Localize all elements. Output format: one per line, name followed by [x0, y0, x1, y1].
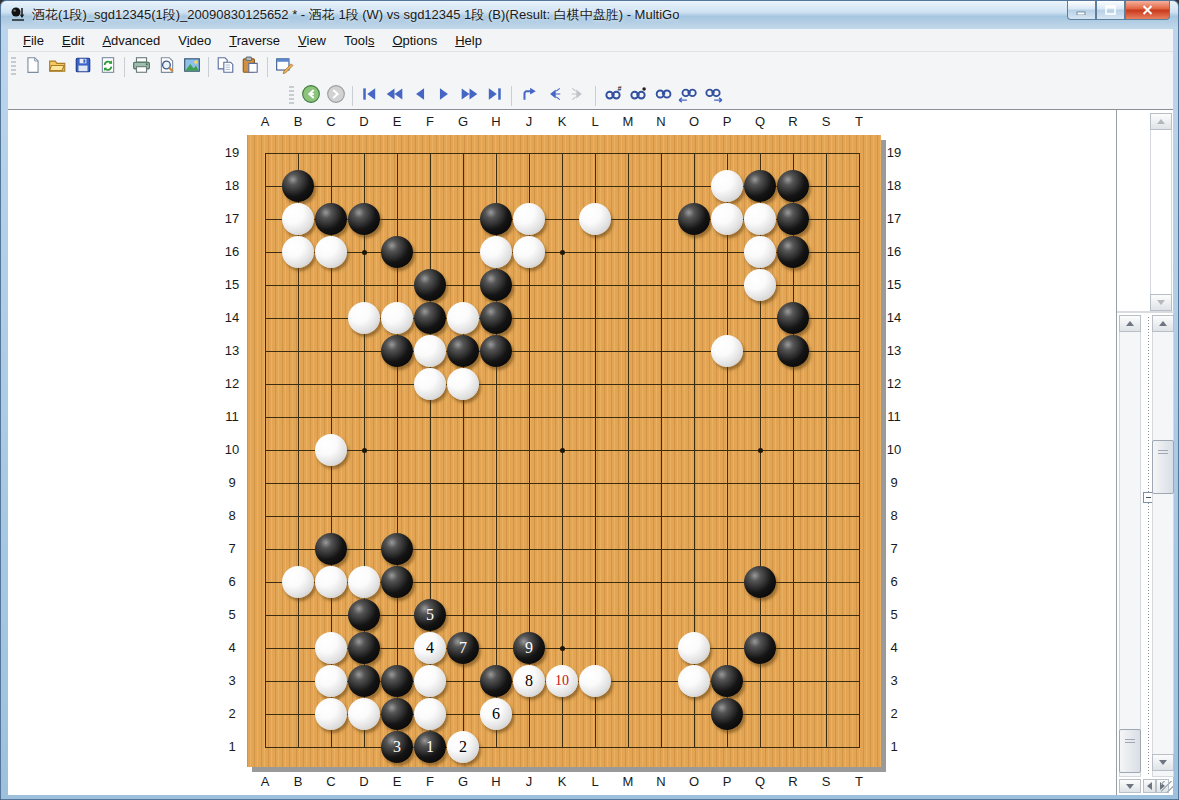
coord-left-16: 16: [220, 244, 244, 260]
copy-button[interactable]: [213, 54, 238, 79]
last-move-icon: [486, 86, 503, 106]
toolbar-grip[interactable]: [289, 86, 294, 106]
window-title: 酒花(1段)_sgd12345(1段)_20090830125652 * - 酒…: [32, 6, 679, 24]
star-point-D16: [362, 250, 367, 255]
reload-button[interactable]: [95, 54, 120, 79]
black-stone-D3: [348, 665, 380, 697]
toolbar-separator: [208, 57, 209, 77]
grid-line: [265, 516, 860, 517]
coord-top-H: H: [484, 114, 508, 130]
coord-left-2: 2: [220, 706, 244, 722]
white-stone-D14: [348, 302, 380, 334]
close-button[interactable]: [1125, 1, 1170, 20]
tree-scroll-down-icon[interactable]: [1119, 779, 1141, 793]
tree-right-scroll-thumb[interactable]: [1152, 440, 1174, 494]
forward-icon: [326, 84, 346, 108]
title-bar[interactable]: 酒花(1段)_sgd12345(1段)_20090830125652 * - 酒…: [1, 1, 1178, 29]
coord-top-C: C: [319, 114, 343, 130]
new-button[interactable]: [20, 54, 45, 79]
white-stone-K3: 10: [546, 665, 578, 697]
black-stone-P3: [711, 665, 743, 697]
previous-move-icon: [412, 86, 427, 106]
coord-bottom-L: L: [583, 774, 607, 790]
find-previous-button[interactable]: [675, 83, 700, 108]
star-point-K10: [560, 448, 565, 453]
white-stone-F3: [414, 665, 446, 697]
find-button[interactable]: [650, 83, 675, 108]
white-stone-Q15: [744, 269, 776, 301]
black-stone-Q18: [744, 170, 776, 202]
black-stone-P2: [711, 698, 743, 730]
branch-next-button[interactable]: [566, 83, 591, 108]
properties-button[interactable]: [272, 54, 297, 79]
coord-bottom-D: D: [352, 774, 376, 790]
coord-top-M: M: [616, 114, 640, 130]
last-move-button[interactable]: [482, 83, 507, 108]
coord-top-L: L: [583, 114, 607, 130]
move-number-9: 9: [525, 632, 533, 664]
white-stone-B6: [282, 566, 314, 598]
branch-previous-button[interactable]: [541, 83, 566, 108]
coord-right-16: 16: [882, 244, 906, 260]
move-number-2: 2: [459, 731, 467, 763]
scroll-down-icon[interactable]: [1150, 294, 1172, 311]
grid-line: [265, 483, 860, 484]
coord-bottom-B: B: [286, 774, 310, 790]
coord-bottom-C: C: [319, 774, 343, 790]
white-stone-B16: [282, 236, 314, 268]
branch-previous-icon: [545, 86, 562, 106]
white-stone-H2: 6: [480, 698, 512, 730]
white-stone-L17: [579, 203, 611, 235]
coord-left-17: 17: [220, 211, 244, 227]
coord-bottom-H: H: [484, 774, 508, 790]
coord-bottom-T: T: [847, 774, 871, 790]
white-stone-Q16: [744, 236, 776, 268]
move-number-5: 5: [426, 599, 434, 631]
coord-bottom-E: E: [385, 774, 409, 790]
variation-tree-line: [1148, 317, 1149, 775]
menu-item-tools[interactable]: Tools: [335, 31, 383, 50]
back-icon: [301, 84, 321, 108]
toolbar-separator: [267, 57, 268, 77]
grid-line: [661, 153, 662, 748]
back-button[interactable]: [298, 83, 323, 108]
black-stone-R17: [777, 203, 809, 235]
white-stone-F2: [414, 698, 446, 730]
coord-left-14: 14: [220, 310, 244, 326]
black-stone-H13: [480, 335, 512, 367]
coord-right-17: 17: [882, 211, 906, 227]
star-point-D10: [362, 448, 367, 453]
coord-bottom-K: K: [550, 774, 574, 790]
svg-text:#: #: [617, 85, 621, 93]
white-stone-J17: [513, 203, 545, 235]
tree-left-scrollbar[interactable]: [1119, 315, 1141, 777]
forward-button[interactable]: [323, 83, 348, 108]
tree-right-scrollbar[interactable]: [1152, 315, 1174, 777]
coord-left-13: 13: [220, 343, 244, 359]
toolbar-separator: [595, 86, 596, 106]
black-stone-F5: 5: [414, 599, 446, 631]
white-stone-H16: [480, 236, 512, 268]
print-icon: [132, 56, 151, 78]
white-stone-O3: [678, 665, 710, 697]
coord-top-Q: Q: [748, 114, 772, 130]
white-stone-Q17: [744, 203, 776, 235]
coord-left-9: 9: [220, 475, 244, 491]
black-stone-O17: [678, 203, 710, 235]
go-board[interactable]: AABBCCDDEEFFGGHHJJKKLLMMNNOOPPQQRRSSTT19…: [8, 110, 1116, 795]
open-button[interactable]: [45, 54, 70, 79]
white-stone-C10: [315, 434, 347, 466]
menu-item-video[interactable]: Video: [169, 31, 220, 50]
coord-bottom-J: J: [517, 774, 541, 790]
coord-right-12: 12: [882, 376, 906, 392]
white-stone-J3: 8: [513, 665, 545, 697]
white-stone-F13: [414, 335, 446, 367]
coord-left-3: 3: [220, 673, 244, 689]
black-stone-F14: [414, 302, 446, 334]
black-stone-J4: 9: [513, 632, 545, 664]
coord-top-A: A: [253, 114, 277, 130]
find-point-icon: [628, 85, 648, 107]
menu-item-view[interactable]: View: [289, 31, 335, 50]
toolbar-separator: [352, 86, 353, 106]
white-stone-B17: [282, 203, 314, 235]
white-stone-G1: 2: [447, 731, 479, 763]
coord-right-1: 1: [882, 739, 906, 755]
move-number-10: 10: [555, 665, 569, 697]
white-stone-D2: [348, 698, 380, 730]
white-stone-F12: [414, 368, 446, 400]
black-stone-G13: [447, 335, 479, 367]
toolbar-area: #: [8, 52, 1173, 109]
paste-icon: [241, 56, 260, 78]
coord-top-P: P: [715, 114, 739, 130]
black-stone-H17: [480, 203, 512, 235]
white-stone-E14: [381, 302, 413, 334]
coord-top-E: E: [385, 114, 409, 130]
grid-line: [628, 153, 629, 748]
move-number-6: 6: [492, 698, 500, 730]
black-stone-E13: [381, 335, 413, 367]
fast-forward-icon: [460, 86, 479, 106]
coord-bottom-R: R: [781, 774, 805, 790]
black-stone-H14: [480, 302, 512, 334]
coord-left-19: 19: [220, 145, 244, 161]
coord-right-8: 8: [882, 508, 906, 524]
black-stone-D17: [348, 203, 380, 235]
toolbar-separator: [511, 86, 512, 106]
coord-bottom-O: O: [682, 774, 706, 790]
export-image-button[interactable]: [179, 54, 204, 79]
white-stone-P18: [711, 170, 743, 202]
white-stone-G14: [447, 302, 479, 334]
black-stone-F15: [414, 269, 446, 301]
first-move-button[interactable]: [357, 83, 382, 108]
coord-left-6: 6: [220, 574, 244, 590]
white-stone-G12: [447, 368, 479, 400]
black-stone-C17: [315, 203, 347, 235]
coord-right-7: 7: [882, 541, 906, 557]
black-stone-F1: 1: [414, 731, 446, 763]
coord-right-18: 18: [882, 178, 906, 194]
coord-left-10: 10: [220, 442, 244, 458]
black-stone-E3: [381, 665, 413, 697]
scroll-up-icon[interactable]: [1150, 113, 1172, 130]
tree-scroll-left-icon[interactable]: [1143, 779, 1156, 793]
maximize-button[interactable]: [1096, 1, 1125, 20]
minimize-button[interactable]: [1067, 1, 1096, 20]
coord-right-11: 11: [882, 409, 906, 425]
multigo-app-icon: [9, 6, 27, 24]
find-move-number-button[interactable]: #: [600, 83, 625, 108]
white-stone-D6: [348, 566, 380, 598]
coord-top-F: F: [418, 114, 442, 130]
tree-scroll-up-icon[interactable]: [1119, 315, 1141, 332]
resize-grip[interactable]: [1161, 781, 1173, 793]
next-move-button[interactable]: [432, 83, 457, 108]
white-stone-L3: [579, 665, 611, 697]
white-stone-C16: [315, 236, 347, 268]
coord-left-8: 8: [220, 508, 244, 524]
coord-right-10: 10: [882, 442, 906, 458]
properties-icon: [275, 56, 294, 78]
first-move-icon: [361, 86, 378, 106]
black-stone-R16: [777, 236, 809, 268]
coord-right-2: 2: [882, 706, 906, 722]
grid-line: [826, 153, 827, 748]
reload-icon: [99, 56, 117, 78]
find-previous-icon: [678, 85, 698, 107]
move-number-4: 4: [426, 632, 434, 664]
print-button[interactable]: [129, 54, 154, 79]
print-preview-icon: [158, 56, 176, 78]
white-stone-C6: [315, 566, 347, 598]
coord-right-13: 13: [882, 343, 906, 359]
grid-line: [265, 747, 860, 748]
white-stone-C4: [315, 632, 347, 664]
menu-bar: FileEditAdvancedVideoTraverseViewToolsOp…: [8, 29, 1173, 52]
white-stone-F4: 4: [414, 632, 446, 664]
black-stone-D4: [348, 632, 380, 664]
find-next-icon: [703, 85, 723, 107]
white-stone-C3: [315, 665, 347, 697]
black-stone-E2: [381, 698, 413, 730]
coord-right-15: 15: [882, 277, 906, 293]
coord-left-5: 5: [220, 607, 244, 623]
multigo-window: 酒花(1段)_sgd12345(1段)_20090830125652 * - 酒…: [0, 0, 1179, 800]
black-stone-D5: [348, 599, 380, 631]
coord-right-4: 4: [882, 640, 906, 656]
file-toolbar: [8, 52, 297, 81]
export-image-icon: [183, 56, 201, 78]
move-number-3: 3: [393, 731, 401, 763]
open-icon: [48, 56, 67, 78]
coord-left-7: 7: [220, 541, 244, 557]
coord-bottom-G: G: [451, 774, 475, 790]
fast-forward-button[interactable]: [457, 83, 482, 108]
black-stone-Q6: [744, 566, 776, 598]
copy-icon: [216, 56, 235, 78]
coord-right-6: 6: [882, 574, 906, 590]
up-branch-button[interactable]: [516, 83, 541, 108]
coord-right-14: 14: [882, 310, 906, 326]
paste-button[interactable]: [238, 54, 263, 79]
coord-right-5: 5: [882, 607, 906, 623]
coord-bottom-M: M: [616, 774, 640, 790]
menu-item-advanced[interactable]: Advanced: [93, 31, 169, 50]
black-stone-E16: [381, 236, 413, 268]
find-next-button[interactable]: [700, 83, 725, 108]
grid-line: [265, 549, 860, 550]
coord-top-S: S: [814, 114, 838, 130]
coord-top-D: D: [352, 114, 376, 130]
white-stone-P17: [711, 203, 743, 235]
coord-left-1: 1: [220, 739, 244, 755]
coord-top-G: G: [451, 114, 475, 130]
branch-next-icon: [570, 86, 587, 106]
black-stone-E1: 3: [381, 731, 413, 763]
coord-top-O: O: [682, 114, 706, 130]
coord-right-9: 9: [882, 475, 906, 491]
white-stone-C2: [315, 698, 347, 730]
toolbar-grip[interactable]: [11, 57, 16, 77]
grid-line: [727, 153, 728, 748]
star-point-Q10: [758, 448, 763, 453]
tree-scroll-up2-icon[interactable]: [1152, 315, 1174, 332]
coord-top-R: R: [781, 114, 805, 130]
pane-splitter[interactable]: [1117, 311, 1174, 313]
coord-right-3: 3: [882, 673, 906, 689]
menu-item-options[interactable]: Options: [383, 31, 446, 50]
grid-line: [859, 153, 860, 748]
black-stone-Q4: [744, 632, 776, 664]
find-icon: [653, 85, 673, 107]
coord-top-K: K: [550, 114, 574, 130]
new-icon: [24, 56, 42, 78]
navigation-toolbar: #: [286, 81, 725, 110]
print-preview-button[interactable]: [154, 54, 179, 79]
save-button[interactable]: [70, 54, 95, 79]
tree-scroll-down2-icon[interactable]: [1152, 754, 1174, 771]
coord-right-19: 19: [882, 145, 906, 161]
menu-item-file[interactable]: File: [14, 31, 53, 50]
find-move-number-icon: #: [603, 85, 623, 107]
coord-top-T: T: [847, 114, 871, 130]
menu-item-edit[interactable]: Edit: [53, 31, 93, 50]
client-area: AABBCCDDEEFFGGHHJJKKLLMMNNOOPPQQRRSSTT19…: [8, 109, 1173, 794]
move-number-7: 7: [459, 632, 467, 664]
next-move-icon: [437, 86, 452, 106]
coord-left-4: 4: [220, 640, 244, 656]
coord-top-B: B: [286, 114, 310, 130]
black-stone-H15: [480, 269, 512, 301]
coord-bottom-P: P: [715, 774, 739, 790]
coord-left-11: 11: [220, 409, 244, 425]
white-stone-J16: [513, 236, 545, 268]
coord-top-N: N: [649, 114, 673, 130]
menu-item-help[interactable]: Help: [446, 31, 491, 50]
black-stone-C7: [315, 533, 347, 565]
coord-bottom-N: N: [649, 774, 673, 790]
find-point-button[interactable]: [625, 83, 650, 108]
move-number-1: 1: [426, 731, 434, 763]
coord-bottom-F: F: [418, 774, 442, 790]
star-point-K4: [560, 646, 565, 651]
grid-line: [595, 153, 596, 748]
star-point-K16: [560, 250, 565, 255]
coord-left-18: 18: [220, 178, 244, 194]
black-stone-R13: [777, 335, 809, 367]
coord-bottom-Q: Q: [748, 774, 772, 790]
coord-top-J: J: [517, 114, 541, 130]
coord-bottom-A: A: [253, 774, 277, 790]
save-icon: [74, 56, 92, 78]
black-stone-R18: [777, 170, 809, 202]
coord-left-15: 15: [220, 277, 244, 293]
coord-left-12: 12: [220, 376, 244, 392]
coord-bottom-S: S: [814, 774, 838, 790]
white-stone-P13: [711, 335, 743, 367]
black-stone-E6: [381, 566, 413, 598]
toolbar-separator: [124, 57, 125, 77]
black-stone-B18: [282, 170, 314, 202]
fast-rewind-icon: [385, 86, 404, 106]
menu-item-traverse[interactable]: Traverse: [220, 31, 289, 50]
move-number-8: 8: [525, 665, 533, 697]
white-stone-O4: [678, 632, 710, 664]
up-branch-icon: [520, 86, 538, 106]
fast-rewind-button[interactable]: [382, 83, 407, 108]
black-stone-R14: [777, 302, 809, 334]
right-panel: [1116, 110, 1173, 795]
black-stone-E7: [381, 533, 413, 565]
black-stone-H3: [480, 665, 512, 697]
black-stone-G4: 7: [447, 632, 479, 664]
previous-move-button[interactable]: [407, 83, 432, 108]
comment-scrollbar[interactable]: [1150, 113, 1172, 311]
tree-left-scroll-thumb[interactable]: [1119, 729, 1141, 773]
